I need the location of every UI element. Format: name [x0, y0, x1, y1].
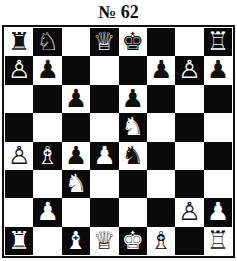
piece-black-rook: ♖: [207, 28, 229, 56]
piece-black-king: ♚: [122, 28, 144, 56]
square-f4[interactable]: [147, 142, 175, 170]
puzzle-number-title: № 62: [0, 0, 237, 24]
square-b2[interactable]: ♟: [33, 198, 61, 226]
square-c7[interactable]: [62, 56, 90, 84]
piece-white-knight: ♞: [65, 170, 87, 198]
piece-white-pawn: ♙: [8, 142, 30, 170]
piece-white-pawn: ♟: [36, 198, 58, 226]
square-a8[interactable]: ♜: [5, 28, 33, 56]
chess-board: ♜♘♕♚♖♙♟♟♙♟♟♟♞♙♗♟♟♞♞♟♙♟♜♝♕♚♗♖: [5, 28, 232, 255]
piece-black-pawn: ♟: [65, 142, 87, 170]
square-d8[interactable]: ♕: [90, 28, 118, 56]
square-h2[interactable]: ♟: [204, 198, 232, 226]
square-c3[interactable]: ♞: [62, 170, 90, 198]
square-h5[interactable]: [204, 113, 232, 141]
piece-black-pawn: ♙: [178, 56, 200, 84]
square-c5[interactable]: [62, 113, 90, 141]
square-c4[interactable]: ♟: [62, 142, 90, 170]
square-f8[interactable]: [147, 28, 175, 56]
square-g4[interactable]: [175, 142, 203, 170]
square-f6[interactable]: [147, 85, 175, 113]
piece-black-pawn: ♟: [207, 56, 229, 84]
square-d5[interactable]: [90, 113, 118, 141]
square-f3[interactable]: [147, 170, 175, 198]
board-frame: ♜♘♕♚♖♙♟♟♙♟♟♟♞♙♗♟♟♞♞♟♙♟♜♝♕♚♗♖: [2, 25, 235, 258]
piece-black-pawn: ♟: [150, 56, 172, 84]
piece-white-bishop: ♗: [150, 227, 172, 255]
piece-white-rook: ♖: [207, 227, 229, 255]
square-d6[interactable]: [90, 85, 118, 113]
square-g7[interactable]: ♙: [175, 56, 203, 84]
piece-white-knight: ♞: [122, 113, 144, 141]
square-h1[interactable]: ♖: [204, 227, 232, 255]
piece-black-queen: ♕: [93, 28, 115, 56]
square-a3[interactable]: [5, 170, 33, 198]
square-d4[interactable]: ♟: [90, 142, 118, 170]
square-a4[interactable]: ♙: [5, 142, 33, 170]
square-b4[interactable]: ♗: [33, 142, 61, 170]
square-b3[interactable]: [33, 170, 61, 198]
piece-black-pawn: ♟: [36, 56, 58, 84]
square-a2[interactable]: [5, 198, 33, 226]
square-a1[interactable]: ♜: [5, 227, 33, 255]
square-a7[interactable]: ♙: [5, 56, 33, 84]
square-b5[interactable]: [33, 113, 61, 141]
square-a5[interactable]: [5, 113, 33, 141]
square-b8[interactable]: ♘: [33, 28, 61, 56]
square-b6[interactable]: [33, 85, 61, 113]
piece-white-queen: ♕: [93, 227, 115, 255]
square-d7[interactable]: [90, 56, 118, 84]
square-e1[interactable]: ♚: [119, 227, 147, 255]
square-e5[interactable]: ♞: [119, 113, 147, 141]
piece-black-rook: ♜: [8, 28, 30, 56]
square-f7[interactable]: ♟: [147, 56, 175, 84]
piece-black-pawn: ♟: [122, 85, 144, 113]
square-g8[interactable]: [175, 28, 203, 56]
square-h4[interactable]: [204, 142, 232, 170]
piece-black-bishop: ♗: [36, 142, 58, 170]
square-f2[interactable]: [147, 198, 175, 226]
square-e7[interactable]: [119, 56, 147, 84]
square-g3[interactable]: [175, 170, 203, 198]
square-b1[interactable]: [33, 227, 61, 255]
square-g2[interactable]: ♙: [175, 198, 203, 226]
square-f1[interactable]: ♗: [147, 227, 175, 255]
piece-white-pawn: ♟: [207, 198, 229, 226]
square-c2[interactable]: [62, 198, 90, 226]
square-b7[interactable]: ♟: [33, 56, 61, 84]
piece-black-knight: ♞: [122, 142, 144, 170]
square-g1[interactable]: [175, 227, 203, 255]
square-e2[interactable]: [119, 198, 147, 226]
square-h3[interactable]: [204, 170, 232, 198]
square-e3[interactable]: [119, 170, 147, 198]
square-h7[interactable]: ♟: [204, 56, 232, 84]
square-d3[interactable]: [90, 170, 118, 198]
square-f5[interactable]: [147, 113, 175, 141]
square-c6[interactable]: ♟: [62, 85, 90, 113]
piece-black-knight: ♘: [36, 28, 58, 56]
piece-white-pawn: ♟: [93, 142, 115, 170]
square-h6[interactable]: [204, 85, 232, 113]
piece-white-rook: ♜: [8, 227, 30, 255]
square-a6[interactable]: [5, 85, 33, 113]
piece-white-bishop: ♝: [65, 227, 87, 255]
square-c8[interactable]: [62, 28, 90, 56]
square-e6[interactable]: ♟: [119, 85, 147, 113]
piece-white-pawn: ♙: [178, 198, 200, 226]
square-g6[interactable]: [175, 85, 203, 113]
square-g5[interactable]: [175, 113, 203, 141]
square-h8[interactable]: ♖: [204, 28, 232, 56]
square-d1[interactable]: ♕: [90, 227, 118, 255]
piece-black-pawn: ♟: [65, 85, 87, 113]
square-e8[interactable]: ♚: [119, 28, 147, 56]
piece-white-king: ♚: [122, 227, 144, 255]
piece-black-pawn: ♙: [8, 56, 30, 84]
square-e4[interactable]: ♞: [119, 142, 147, 170]
square-c1[interactable]: ♝: [62, 227, 90, 255]
square-d2[interactable]: [90, 198, 118, 226]
